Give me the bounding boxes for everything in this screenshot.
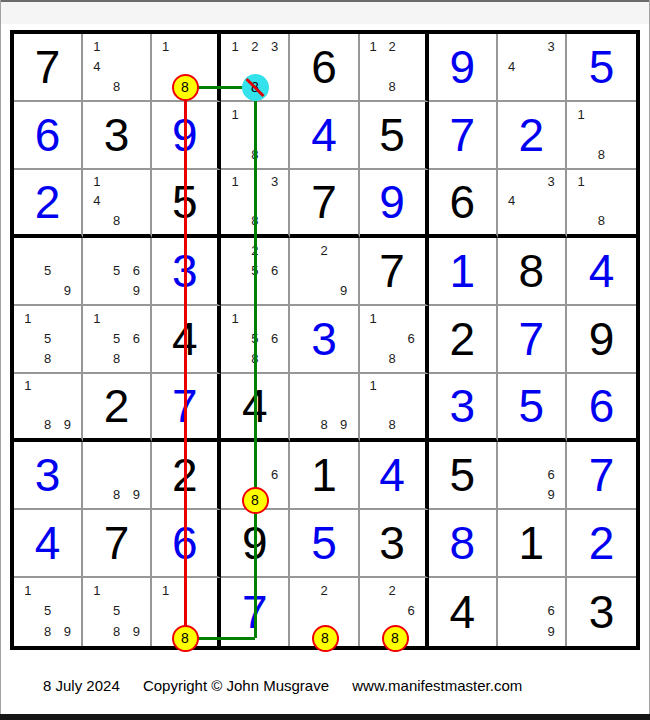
cell-r6c5[interactable]: 89 — [290, 374, 359, 442]
candidate-2: 2 — [383, 580, 402, 601]
cell-r4c5[interactable]: 29 — [290, 238, 359, 306]
candidate-2: 2 — [245, 36, 265, 56]
candidate-1: 1 — [571, 104, 591, 124]
candidate-8: 8 — [107, 76, 127, 96]
pencil-marks: 89 — [83, 442, 150, 508]
solved-digit: 7 — [589, 452, 615, 498]
candidate-6: 6 — [402, 601, 421, 622]
circled-digit: 8 — [321, 630, 329, 646]
cell-r2c2[interactable]: 3 — [83, 102, 152, 170]
candidate-3: 3 — [541, 36, 561, 56]
candidate-6: 6 — [541, 601, 561, 622]
cell-r1c5[interactable]: 6 — [290, 34, 359, 102]
cell-r8c1[interactable]: 4 — [14, 510, 83, 578]
cell-r4c8[interactable]: 8 — [498, 238, 567, 306]
frame-bottom-edge — [0, 714, 650, 720]
cell-r5c2[interactable]: 1568 — [83, 306, 152, 374]
candidate-8: 8 — [383, 415, 402, 434]
candidate-8: 8 — [107, 348, 127, 368]
cell-r2c8[interactable]: 2 — [498, 102, 567, 170]
cell-r7c7[interactable]: 5 — [429, 442, 498, 510]
cell-r6c7[interactable]: 3 — [429, 374, 498, 442]
candidate-8: 8 — [107, 484, 127, 504]
cell-r4c9[interactable]: 4 — [567, 238, 636, 306]
solved-digit: 1 — [449, 248, 475, 294]
given-digit: 2 — [104, 383, 130, 429]
given-digit: 2 — [449, 316, 475, 362]
cell-r1c7[interactable]: 9 — [429, 34, 498, 102]
given-digit: 6 — [449, 179, 475, 225]
solved-digit: 9 — [379, 179, 405, 225]
candidate-1: 1 — [87, 36, 107, 56]
chain-line-red — [184, 87, 187, 638]
cell-r3c9[interactable]: 18 — [567, 170, 636, 238]
circled-digit: 8 — [251, 492, 259, 508]
footer: 8 July 2024 Copyright © John Musgrave ww… — [43, 677, 522, 694]
candidate-8: 8 — [314, 415, 334, 434]
chain-circle-r9c5: 8 — [312, 625, 339, 652]
solved-digit: 8 — [449, 520, 475, 566]
cell-r9c7[interactable]: 4 — [429, 578, 498, 646]
candidate-6: 6 — [265, 260, 285, 280]
candidate-5: 5 — [107, 601, 127, 622]
cell-r7c6[interactable]: 4 — [360, 442, 429, 510]
candidate-1: 1 — [18, 308, 38, 328]
cell-r4c1[interactable]: 59 — [14, 238, 83, 306]
candidate-9: 9 — [57, 415, 77, 434]
solved-digit: 4 — [311, 112, 337, 158]
cell-r4c6[interactable]: 7 — [360, 238, 429, 306]
pencil-marks: 168 — [360, 306, 425, 372]
given-digit: 7 — [104, 520, 130, 566]
cell-r7c3[interactable]: 2 — [152, 442, 221, 510]
pencil-marks: 18 — [567, 102, 636, 168]
candidate-8: 8 — [383, 348, 402, 368]
solved-digit: 6 — [589, 383, 615, 429]
candidate-8: 8 — [591, 211, 611, 230]
cell-r5c1[interactable]: 158 — [14, 306, 83, 374]
candidate-5: 5 — [38, 328, 58, 348]
candidate-5: 5 — [107, 328, 127, 348]
chain-circle-r9c3: 8 — [172, 625, 199, 652]
cell-r3c2[interactable]: 148 — [83, 170, 152, 238]
cell-r2c5[interactable]: 4 — [290, 102, 359, 170]
cell-r3c8[interactable]: 34 — [498, 170, 567, 238]
candidate-1: 1 — [364, 308, 383, 328]
cell-r8c3[interactable]: 6 — [152, 510, 221, 578]
candidate-4: 4 — [87, 191, 107, 210]
solved-digit: 7 — [519, 316, 545, 362]
candidate-8: 8 — [38, 415, 58, 434]
given-digit: 7 — [379, 248, 405, 294]
candidate-1: 1 — [225, 172, 245, 191]
cell-r5c3[interactable]: 4 — [152, 306, 221, 374]
circled-digit: 8 — [181, 630, 189, 646]
cell-r5c6[interactable]: 168 — [360, 306, 429, 374]
pencil-marks: 158 — [14, 306, 81, 372]
given-digit: 3 — [589, 589, 615, 635]
cell-r8c2[interactable]: 7 — [83, 510, 152, 578]
candidate-3: 3 — [265, 36, 285, 56]
cell-r1c1[interactable]: 7 — [14, 34, 83, 102]
pencil-marks: 1589 — [14, 578, 81, 646]
pencil-marks: 18 — [567, 170, 636, 234]
solved-digit: 2 — [589, 520, 615, 566]
candidate-4: 4 — [502, 56, 522, 76]
given-digit: 3 — [379, 520, 405, 566]
pencil-marks: 69 — [498, 578, 565, 646]
cell-r8c6[interactable]: 3 — [360, 510, 429, 578]
solved-digit: 9 — [449, 44, 475, 90]
solved-digit: 4 — [379, 452, 405, 498]
cell-r8c7[interactable]: 8 — [429, 510, 498, 578]
pencil-marks: 89 — [290, 374, 357, 438]
candidate-3: 3 — [265, 172, 285, 191]
candidate-1: 1 — [156, 36, 175, 56]
candidate-1: 1 — [87, 580, 107, 601]
cell-r1c6[interactable]: 128 — [360, 34, 429, 102]
pencil-marks: 18 — [360, 374, 425, 438]
pencil-marks: 148 — [83, 170, 150, 234]
circled-digit: 8 — [391, 630, 399, 646]
candidate-2: 2 — [314, 580, 334, 601]
candidate-1: 1 — [225, 104, 245, 124]
cell-r5c9[interactable]: 9 — [567, 306, 636, 374]
cell-r8c9[interactable]: 2 — [567, 510, 636, 578]
candidate-8: 8 — [38, 621, 58, 642]
solved-digit: 5 — [589, 44, 615, 90]
candidate-6: 6 — [541, 464, 561, 484]
given-digit: 6 — [311, 44, 337, 90]
cell-r3c3[interactable]: 5 — [152, 170, 221, 238]
candidate-9: 9 — [57, 280, 77, 300]
pencil-marks: 148 — [83, 34, 150, 100]
solved-digit: 2 — [519, 112, 545, 158]
pencil-marks: 569 — [83, 238, 150, 304]
solved-digit: 5 — [519, 383, 545, 429]
chain-circle-r7c4: 8 — [242, 487, 269, 514]
cell-r9c1[interactable]: 1589 — [14, 578, 83, 646]
cell-r6c6[interactable]: 18 — [360, 374, 429, 442]
chain-line-green — [254, 87, 257, 638]
candidate-1: 1 — [571, 172, 591, 191]
solved-digit: 4 — [35, 520, 61, 566]
candidate-1: 1 — [18, 376, 38, 395]
cell-r2c9[interactable]: 18 — [567, 102, 636, 170]
solved-digit: 3 — [449, 383, 475, 429]
candidate-1: 1 — [364, 36, 383, 56]
cell-r4c3[interactable]: 3 — [152, 238, 221, 306]
cell-r7c9[interactable]: 7 — [567, 442, 636, 510]
given-digit: 9 — [589, 316, 615, 362]
given-digit: 1 — [519, 520, 545, 566]
cell-r6c8[interactable]: 5 — [498, 374, 567, 442]
frame-left-edge — [0, 0, 1, 720]
pencil-marks: 1589 — [83, 578, 150, 646]
candidate-5: 5 — [38, 601, 58, 622]
pencil-marks: 1568 — [83, 306, 150, 372]
pencil-marks: 34 — [498, 34, 565, 100]
given-digit: 7 — [311, 179, 337, 225]
cell-r7c8[interactable]: 69 — [498, 442, 567, 510]
candidate-6: 6 — [402, 328, 421, 348]
circled-digit: 8 — [181, 79, 189, 95]
candidate-8: 8 — [591, 144, 611, 164]
solved-digit: 6 — [35, 112, 61, 158]
pencil-marks: 69 — [498, 442, 565, 508]
cell-r1c8[interactable]: 34 — [498, 34, 567, 102]
cell-r6c9[interactable]: 6 — [567, 374, 636, 442]
cell-r4c7[interactable]: 1 — [429, 238, 498, 306]
pencil-marks: 29 — [290, 238, 357, 304]
candidate-1: 1 — [225, 308, 245, 328]
frame-top-edge — [0, 0, 650, 2]
cell-r7c2[interactable]: 89 — [83, 442, 152, 510]
pencil-marks: 34 — [498, 170, 565, 234]
cell-r2c7[interactable]: 7 — [429, 102, 498, 170]
solved-digit: 3 — [311, 316, 337, 362]
sudoku-grid: 7148112361289345639184572182148513879634… — [14, 34, 636, 646]
candidate-8: 8 — [38, 348, 58, 368]
sudoku-board: 7148112361289345639184572182148513879634… — [10, 30, 640, 650]
solved-digit: 4 — [589, 248, 615, 294]
cell-r6c3[interactable]: 7 — [152, 374, 221, 442]
cell-r9c9[interactable]: 3 — [567, 578, 636, 646]
candidate-1: 1 — [87, 172, 107, 191]
chain-circle-r9c6: 8 — [382, 625, 409, 652]
cell-r6c2[interactable]: 2 — [83, 374, 152, 442]
candidate-4: 4 — [87, 56, 107, 76]
cell-r6c1[interactable]: 189 — [14, 374, 83, 442]
given-digit: 4 — [449, 589, 475, 635]
given-digit: 5 — [449, 452, 475, 498]
candidate-9: 9 — [127, 621, 147, 642]
solved-digit: 2 — [35, 179, 61, 225]
candidate-2: 2 — [314, 240, 334, 260]
given-digit: 8 — [519, 248, 545, 294]
candidate-9: 9 — [334, 415, 354, 434]
cell-r7c5[interactable]: 1 — [290, 442, 359, 510]
footer-date: 8 July 2024 — [43, 677, 120, 694]
cell-r2c3[interactable]: 9 — [152, 102, 221, 170]
given-digit: 7 — [35, 44, 61, 90]
cell-r1c9[interactable]: 5 — [567, 34, 636, 102]
cell-r3c5[interactable]: 7 — [290, 170, 359, 238]
candidate-8: 8 — [107, 621, 127, 642]
candidate-9: 9 — [541, 621, 561, 642]
pencil-marks: 189 — [14, 374, 81, 438]
cell-r5c8[interactable]: 7 — [498, 306, 567, 374]
candidate-1: 1 — [225, 36, 245, 56]
candidate-9: 9 — [127, 280, 147, 300]
cell-r3c1[interactable]: 2 — [14, 170, 83, 238]
given-digit: 5 — [379, 112, 405, 158]
given-digit: 1 — [311, 452, 337, 498]
solved-digit: 7 — [449, 112, 475, 158]
footer-website: www.manifestmaster.com — [352, 677, 522, 694]
candidate-1: 1 — [156, 580, 175, 601]
footer-copyright: Copyright © John Musgrave — [143, 677, 329, 694]
pencil-marks: 128 — [360, 34, 425, 100]
cell-r3c7[interactable]: 6 — [429, 170, 498, 238]
candidate-8: 8 — [383, 76, 402, 96]
candidate-9: 9 — [57, 621, 77, 642]
cell-r2c6[interactable]: 5 — [360, 102, 429, 170]
candidate-1: 1 — [18, 580, 38, 601]
cell-r5c7[interactable]: 2 — [429, 306, 498, 374]
candidate-5: 5 — [38, 260, 58, 280]
candidate-8: 8 — [107, 211, 127, 230]
sudoku-page: 7148112361289345639184572182148513879634… — [0, 0, 650, 720]
candidate-4: 4 — [502, 191, 522, 210]
cell-r7c1[interactable]: 3 — [14, 442, 83, 510]
cell-r5c5[interactable]: 3 — [290, 306, 359, 374]
cell-r8c8[interactable]: 1 — [498, 510, 567, 578]
eliminated-candidate-r1c4: 8 — [242, 74, 269, 101]
solved-digit: 5 — [311, 520, 337, 566]
solved-digit: 3 — [35, 452, 61, 498]
candidate-2: 2 — [383, 36, 402, 56]
candidate-6: 6 — [265, 464, 285, 484]
pencil-marks: 59 — [14, 238, 81, 304]
cell-r4c2[interactable]: 569 — [83, 238, 152, 306]
candidate-6: 6 — [127, 328, 147, 348]
candidate-1: 1 — [87, 308, 107, 328]
candidate-9: 9 — [541, 484, 561, 504]
candidate-9: 9 — [334, 280, 354, 300]
cell-r1c2[interactable]: 148 — [83, 34, 152, 102]
given-digit: 3 — [104, 112, 130, 158]
candidate-9: 9 — [127, 484, 147, 504]
cell-r2c1[interactable]: 6 — [14, 102, 83, 170]
window-header-bar — [1, 2, 649, 24]
cell-r3c6[interactable]: 9 — [360, 170, 429, 238]
candidate-5: 5 — [107, 260, 127, 280]
candidate-6: 6 — [127, 260, 147, 280]
cell-r9c2[interactable]: 1589 — [83, 578, 152, 646]
candidate-3: 3 — [541, 172, 561, 191]
candidate-6: 6 — [265, 328, 285, 348]
cell-r9c8[interactable]: 69 — [498, 578, 567, 646]
chain-circle-r1c3: 8 — [172, 74, 199, 101]
candidate-1: 1 — [364, 376, 383, 395]
cell-r8c5[interactable]: 5 — [290, 510, 359, 578]
